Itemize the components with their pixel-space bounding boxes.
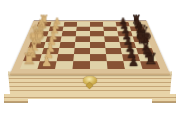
square[interactable]: [59, 42, 75, 48]
square[interactable]: [107, 61, 125, 69]
piece-black-pawn[interactable]: ♟: [128, 55, 139, 68]
square[interactable]: [104, 31, 119, 36]
square[interactable]: ♟: [37, 61, 56, 69]
board-grid: ♜♟♟♜♞♟♟♞♝♟♟♝♛♟♟♛♚♟♟♚♝♟♟♝♞♟♟♞♜♟♟♜: [20, 22, 160, 69]
piece-white-pawn[interactable]: ♟: [41, 55, 52, 68]
chess-box-feet-gap: [28, 99, 152, 104]
square[interactable]: ♜: [140, 61, 160, 69]
piece-white-rook[interactable]: ♜: [22, 52, 36, 67]
piece-black-rook[interactable]: ♜: [144, 52, 158, 67]
square[interactable]: [90, 54, 107, 61]
board-frame: ♜♟♟♜♞♟♟♞♝♟♟♝♛♟♟♛♚♟♟♚♝♟♟♝♞♟♟♞♜♟♟♜: [10, 20, 171, 74]
square[interactable]: ♜: [20, 61, 40, 69]
square[interactable]: [76, 31, 90, 36]
square[interactable]: [75, 42, 90, 48]
chess-board: ♜♟♟♜♞♟♟♞♝♟♟♝♛♟♟♛♚♟♟♚♝♟♟♝♞♟♟♞♜♟♟♜: [10, 20, 170, 74]
brass-clasp-icon: [82, 76, 98, 90]
square[interactable]: [55, 61, 73, 69]
square[interactable]: [61, 31, 76, 36]
square[interactable]: [106, 54, 123, 61]
square[interactable]: [105, 42, 121, 48]
square[interactable]: [57, 54, 74, 61]
photo-stage: ♜♟♟♜♞♟♟♞♝♟♟♝♛♟♟♛♚♟♟♚♝♟♟♝♞♟♟♞♜♟♟♜: [0, 0, 180, 120]
square[interactable]: [72, 61, 90, 69]
square[interactable]: [73, 54, 90, 61]
square[interactable]: [90, 31, 104, 36]
square[interactable]: [90, 61, 108, 69]
square[interactable]: [90, 42, 105, 48]
